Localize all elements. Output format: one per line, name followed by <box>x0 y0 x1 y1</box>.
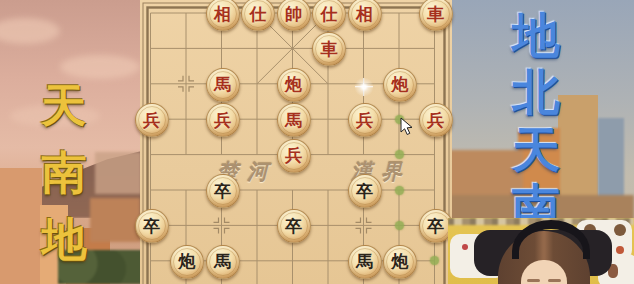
piece-character: 卒 <box>356 183 373 200</box>
river-label-right: 漢界 <box>331 159 431 185</box>
piece-red[interactable]: 兵 <box>206 103 240 137</box>
building <box>90 198 140 242</box>
piece-character: 炮 <box>179 253 196 270</box>
piece-character: 卒 <box>214 183 231 200</box>
pillow-pattern <box>616 246 624 254</box>
piece-character: 馬 <box>285 112 302 129</box>
piece-character: 兵 <box>214 112 231 129</box>
caption-right-char: 地 <box>510 4 562 68</box>
webcam-overlay <box>448 218 634 284</box>
piece-character: 馬 <box>356 253 373 270</box>
piece-black[interactable]: 卒 <box>135 209 169 243</box>
app-window: 楚河 漢界 相仕帥仕相車車馬炮炮兵兵馬兵兵兵卒卒卒卒卒炮馬馬炮 天南地 地北天南 <box>0 0 634 284</box>
piece-character: 卒 <box>427 218 444 235</box>
piece-black[interactable]: 卒 <box>277 209 311 243</box>
piece-character: 帥 <box>285 6 302 23</box>
building <box>95 152 141 194</box>
piece-red[interactable]: 車 <box>419 0 453 31</box>
piece-character: 車 <box>321 41 338 58</box>
piece-character: 兵 <box>356 112 373 129</box>
piece-character: 炮 <box>392 253 409 270</box>
piece-black[interactable]: 炮 <box>170 245 204 279</box>
move-hint-dot[interactable] <box>395 186 404 195</box>
piece-character: 馬 <box>214 253 231 270</box>
piece-red[interactable]: 兵 <box>419 103 453 137</box>
piece-character: 卒 <box>285 218 302 235</box>
piece-red[interactable]: 馬 <box>277 103 311 137</box>
cloud <box>0 18 60 44</box>
piece-red[interactable]: 炮 <box>383 68 417 102</box>
piece-red[interactable]: 相 <box>348 0 382 31</box>
piece-red[interactable]: 炮 <box>277 68 311 102</box>
piece-red[interactable]: 馬 <box>206 68 240 102</box>
move-hint-dot[interactable] <box>395 115 404 124</box>
piece-red[interactable]: 兵 <box>135 103 169 137</box>
piece-black[interactable]: 卒 <box>206 174 240 208</box>
piece-black[interactable]: 馬 <box>206 245 240 279</box>
caption-right-char: 北 <box>510 61 562 125</box>
piece-black[interactable]: 炮 <box>383 245 417 279</box>
building <box>0 168 42 284</box>
eyebrow <box>548 279 561 282</box>
piece-black[interactable]: 卒 <box>348 174 382 208</box>
piece-character: 相 <box>214 6 231 23</box>
caption-right-char: 天 <box>510 118 562 182</box>
piece-character: 兵 <box>285 147 302 164</box>
piece-character: 兵 <box>427 112 444 129</box>
piece-red[interactable]: 兵 <box>277 139 311 173</box>
pillow-pattern <box>462 244 468 250</box>
piece-character: 炮 <box>285 76 302 93</box>
piece-character: 仕 <box>250 6 267 23</box>
piece-character: 相 <box>356 6 373 23</box>
piece-red[interactable]: 帥 <box>277 0 311 31</box>
move-hint-dot[interactable] <box>395 221 404 230</box>
piece-red[interactable]: 相 <box>206 0 240 31</box>
piece-character: 仕 <box>321 6 338 23</box>
caption-left-char: 天 <box>39 76 89 136</box>
eyebrow <box>527 279 540 282</box>
dog-ear <box>614 224 626 236</box>
caption-left-char: 南 <box>39 143 89 203</box>
piece-character: 車 <box>427 6 444 23</box>
piece-character: 卒 <box>143 218 160 235</box>
piece-character: 馬 <box>214 76 231 93</box>
move-hint-dot[interactable] <box>395 150 404 159</box>
piece-character: 炮 <box>392 76 409 93</box>
piece-black[interactable]: 馬 <box>348 245 382 279</box>
caption-left-char: 地 <box>39 210 89 270</box>
piece-red[interactable]: 兵 <box>348 103 382 137</box>
piece-character: 兵 <box>143 112 160 129</box>
